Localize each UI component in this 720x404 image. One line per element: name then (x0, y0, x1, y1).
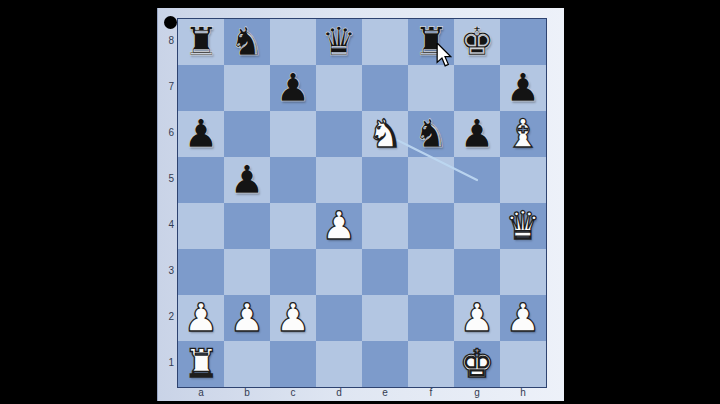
piece-black-knight-b8[interactable]: ♞ (224, 19, 270, 65)
piece-black-king-g8[interactable]: ♚ (454, 19, 500, 65)
square-f5[interactable] (408, 157, 454, 203)
square-b1[interactable] (224, 341, 270, 387)
square-g5[interactable] (454, 157, 500, 203)
square-b3[interactable] (224, 249, 270, 295)
square-b6[interactable] (224, 111, 270, 157)
square-h5[interactable] (500, 157, 546, 203)
rank-label-8: 8 (158, 18, 174, 64)
piece-white-knight-e6[interactable]: ♞ (362, 111, 408, 157)
piece-white-bishop-h6[interactable]: ♝ (500, 111, 546, 157)
piece-black-pawn-b5[interactable]: ♟ (224, 157, 270, 203)
square-d3[interactable] (316, 249, 362, 295)
square-b7[interactable] (224, 65, 270, 111)
rank-label-6: 6 (158, 110, 174, 156)
square-e2[interactable] (362, 295, 408, 341)
square-a5[interactable] (178, 157, 224, 203)
piece-black-pawn-a6[interactable]: ♟ (178, 111, 224, 157)
square-f7[interactable] (408, 65, 454, 111)
piece-white-queen-h4[interactable]: ♛ (500, 203, 546, 249)
square-d6[interactable] (316, 111, 362, 157)
rank-label-2: 2 (158, 294, 174, 340)
file-label-b: b (224, 386, 270, 399)
piece-white-pawn-c2[interactable]: ♟ (270, 295, 316, 341)
square-a4[interactable] (178, 203, 224, 249)
file-label-h: h (500, 386, 546, 399)
piece-white-pawn-b2[interactable]: ♟ (224, 295, 270, 341)
square-e8[interactable] (362, 19, 408, 65)
square-b4[interactable] (224, 203, 270, 249)
rank-label-3: 3 (158, 248, 174, 294)
piece-white-king-g1[interactable]: ♚ (454, 341, 500, 387)
piece-white-rook-a1[interactable]: ♜ (178, 341, 224, 387)
square-c3[interactable] (270, 249, 316, 295)
square-f2[interactable] (408, 295, 454, 341)
square-c5[interactable] (270, 157, 316, 203)
piece-black-queen-d8[interactable]: ♛ (316, 19, 362, 65)
piece-white-pawn-d4[interactable]: ♟ (316, 203, 362, 249)
square-c6[interactable] (270, 111, 316, 157)
square-c4[interactable] (270, 203, 316, 249)
square-g7[interactable] (454, 65, 500, 111)
piece-white-pawn-h2[interactable]: ♟ (500, 295, 546, 341)
piece-black-knight-f6[interactable]: ♞ (408, 111, 454, 157)
rank-label-1: 1 (158, 340, 174, 386)
piece-black-rook-a8[interactable]: ♜ (178, 19, 224, 65)
square-e7[interactable] (362, 65, 408, 111)
square-f1[interactable] (408, 341, 454, 387)
square-e5[interactable] (362, 157, 408, 203)
square-d5[interactable] (316, 157, 362, 203)
square-e3[interactable] (362, 249, 408, 295)
square-a3[interactable] (178, 249, 224, 295)
piece-black-pawn-c7[interactable]: ♟ (270, 65, 316, 111)
file-label-d: d (316, 386, 362, 399)
file-label-a: a (178, 386, 224, 399)
square-f4[interactable] (408, 203, 454, 249)
square-d1[interactable] (316, 341, 362, 387)
mouse-cursor-icon (436, 43, 452, 71)
file-label-f: f (408, 386, 454, 399)
square-e4[interactable] (362, 203, 408, 249)
rank-labels: 87654321 (158, 18, 174, 386)
square-d2[interactable] (316, 295, 362, 341)
square-d7[interactable] (316, 65, 362, 111)
square-f3[interactable] (408, 249, 454, 295)
file-label-g: g (454, 386, 500, 399)
piece-white-pawn-g2[interactable]: ♟ (454, 295, 500, 341)
square-h3[interactable] (500, 249, 546, 295)
file-label-c: c (270, 386, 316, 399)
rank-label-5: 5 (158, 156, 174, 202)
square-g4[interactable] (454, 203, 500, 249)
file-label-e: e (362, 386, 408, 399)
square-e1[interactable] (362, 341, 408, 387)
square-g3[interactable] (454, 249, 500, 295)
piece-black-pawn-g6[interactable]: ♟ (454, 111, 500, 157)
square-c1[interactable] (270, 341, 316, 387)
square-c8[interactable] (270, 19, 316, 65)
square-h8[interactable] (500, 19, 546, 65)
file-labels: abcdefgh (178, 386, 546, 399)
piece-black-pawn-h7[interactable]: ♟ (500, 65, 546, 111)
square-a7[interactable] (178, 65, 224, 111)
rank-label-4: 4 (158, 202, 174, 248)
rank-label-7: 7 (158, 64, 174, 110)
chess-board[interactable]: ♜♞♛♜♚♟♟♟♞♞♟♝♟♟♛♟♟♟♟♟♜♚ (177, 18, 547, 388)
chess-panel: 87654321 ♜♞♛♜♚♟♟♟♞♞♟♝♟♟♛♟♟♟♟♟♜♚ abcdefgh (157, 8, 564, 401)
piece-white-pawn-a2[interactable]: ♟ (178, 295, 224, 341)
square-h1[interactable] (500, 341, 546, 387)
